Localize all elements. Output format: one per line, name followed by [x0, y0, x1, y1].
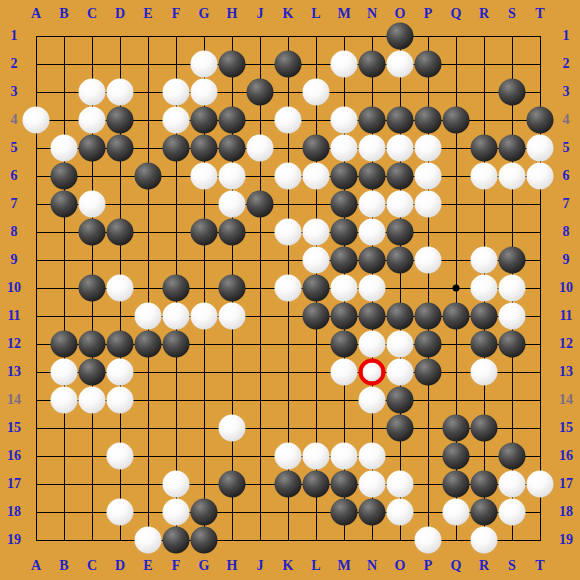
point-K17[interactable] — [274, 470, 302, 498]
point-S17[interactable] — [498, 470, 526, 498]
point-K7[interactable] — [274, 190, 302, 218]
point-Q17[interactable] — [442, 470, 470, 498]
point-N7[interactable] — [358, 190, 386, 218]
point-G13[interactable] — [190, 358, 218, 386]
point-S3[interactable] — [498, 78, 526, 106]
point-L4[interactable] — [302, 106, 330, 134]
point-D17[interactable] — [106, 470, 134, 498]
point-L9[interactable] — [302, 246, 330, 274]
point-P11[interactable] — [414, 302, 442, 330]
point-M18[interactable] — [330, 498, 358, 526]
point-J10[interactable] — [246, 274, 274, 302]
point-K12[interactable] — [274, 330, 302, 358]
point-T1[interactable] — [526, 22, 554, 50]
point-O11[interactable] — [386, 302, 414, 330]
point-F9[interactable] — [162, 246, 190, 274]
point-Q11[interactable] — [442, 302, 470, 330]
point-E13[interactable] — [134, 358, 162, 386]
point-B10[interactable] — [50, 274, 78, 302]
point-J15[interactable] — [246, 414, 274, 442]
point-P9[interactable] — [414, 246, 442, 274]
point-C7[interactable] — [78, 190, 106, 218]
point-C13[interactable] — [78, 358, 106, 386]
point-K18[interactable] — [274, 498, 302, 526]
point-P19[interactable] — [414, 526, 442, 554]
point-D2[interactable] — [106, 50, 134, 78]
point-T17[interactable] — [526, 470, 554, 498]
point-D7[interactable] — [106, 190, 134, 218]
point-R5[interactable] — [470, 134, 498, 162]
point-K2[interactable] — [274, 50, 302, 78]
point-N14[interactable] — [358, 386, 386, 414]
point-S1[interactable] — [498, 22, 526, 50]
point-C11[interactable] — [78, 302, 106, 330]
point-A3[interactable] — [22, 78, 50, 106]
point-A8[interactable] — [22, 218, 50, 246]
point-O18[interactable] — [386, 498, 414, 526]
point-H1[interactable] — [218, 22, 246, 50]
point-R19[interactable] — [470, 526, 498, 554]
point-M15[interactable] — [330, 414, 358, 442]
point-C4[interactable] — [78, 106, 106, 134]
point-F14[interactable] — [162, 386, 190, 414]
point-B11[interactable] — [50, 302, 78, 330]
point-R8[interactable] — [470, 218, 498, 246]
point-E3[interactable] — [134, 78, 162, 106]
point-R18[interactable] — [470, 498, 498, 526]
point-N6[interactable] — [358, 162, 386, 190]
point-C6[interactable] — [78, 162, 106, 190]
point-A16[interactable] — [22, 442, 50, 470]
point-G5[interactable] — [190, 134, 218, 162]
point-L19[interactable] — [302, 526, 330, 554]
point-B7[interactable] — [50, 190, 78, 218]
point-C9[interactable] — [78, 246, 106, 274]
point-B12[interactable] — [50, 330, 78, 358]
point-Q2[interactable] — [442, 50, 470, 78]
point-G12[interactable] — [190, 330, 218, 358]
point-O7[interactable] — [386, 190, 414, 218]
point-D18[interactable] — [106, 498, 134, 526]
point-Q16[interactable] — [442, 442, 470, 470]
point-M5[interactable] — [330, 134, 358, 162]
point-O10[interactable] — [386, 274, 414, 302]
point-S13[interactable] — [498, 358, 526, 386]
point-S5[interactable] — [498, 134, 526, 162]
point-Q1[interactable] — [442, 22, 470, 50]
point-J9[interactable] — [246, 246, 274, 274]
point-T18[interactable] — [526, 498, 554, 526]
point-L11[interactable] — [302, 302, 330, 330]
point-P10[interactable] — [414, 274, 442, 302]
point-A19[interactable] — [22, 526, 50, 554]
point-L15[interactable] — [302, 414, 330, 442]
point-F19[interactable] — [162, 526, 190, 554]
point-A13[interactable] — [22, 358, 50, 386]
point-P8[interactable] — [414, 218, 442, 246]
point-N13[interactable] — [358, 358, 386, 386]
point-N19[interactable] — [358, 526, 386, 554]
point-K9[interactable] — [274, 246, 302, 274]
point-R4[interactable] — [470, 106, 498, 134]
point-B1[interactable] — [50, 22, 78, 50]
point-R1[interactable] — [470, 22, 498, 50]
point-D19[interactable] — [106, 526, 134, 554]
point-E17[interactable] — [134, 470, 162, 498]
point-N3[interactable] — [358, 78, 386, 106]
point-H8[interactable] — [218, 218, 246, 246]
point-T4[interactable] — [526, 106, 554, 134]
point-C1[interactable] — [78, 22, 106, 50]
point-H10[interactable] — [218, 274, 246, 302]
point-C3[interactable] — [78, 78, 106, 106]
point-L17[interactable] — [302, 470, 330, 498]
point-O2[interactable] — [386, 50, 414, 78]
point-T19[interactable] — [526, 526, 554, 554]
point-R14[interactable] — [470, 386, 498, 414]
point-S12[interactable] — [498, 330, 526, 358]
point-K8[interactable] — [274, 218, 302, 246]
point-N4[interactable] — [358, 106, 386, 134]
point-F12[interactable] — [162, 330, 190, 358]
point-M2[interactable] — [330, 50, 358, 78]
point-J12[interactable] — [246, 330, 274, 358]
point-O8[interactable] — [386, 218, 414, 246]
point-M1[interactable] — [330, 22, 358, 50]
point-D8[interactable] — [106, 218, 134, 246]
point-P5[interactable] — [414, 134, 442, 162]
point-H5[interactable] — [218, 134, 246, 162]
point-P2[interactable] — [414, 50, 442, 78]
point-R13[interactable] — [470, 358, 498, 386]
point-T2[interactable] — [526, 50, 554, 78]
point-R3[interactable] — [470, 78, 498, 106]
point-R16[interactable] — [470, 442, 498, 470]
point-D1[interactable] — [106, 22, 134, 50]
point-L14[interactable] — [302, 386, 330, 414]
point-F13[interactable] — [162, 358, 190, 386]
point-P14[interactable] — [414, 386, 442, 414]
point-O1[interactable] — [386, 22, 414, 50]
point-Q9[interactable] — [442, 246, 470, 274]
point-M17[interactable] — [330, 470, 358, 498]
point-D6[interactable] — [106, 162, 134, 190]
point-F3[interactable] — [162, 78, 190, 106]
point-J1[interactable] — [246, 22, 274, 50]
point-G1[interactable] — [190, 22, 218, 50]
point-G18[interactable] — [190, 498, 218, 526]
point-Q14[interactable] — [442, 386, 470, 414]
point-P7[interactable] — [414, 190, 442, 218]
point-S9[interactable] — [498, 246, 526, 274]
point-O9[interactable] — [386, 246, 414, 274]
point-L16[interactable] — [302, 442, 330, 470]
point-S2[interactable] — [498, 50, 526, 78]
point-H4[interactable] — [218, 106, 246, 134]
point-O19[interactable] — [386, 526, 414, 554]
point-G3[interactable] — [190, 78, 218, 106]
point-K6[interactable] — [274, 162, 302, 190]
point-M3[interactable] — [330, 78, 358, 106]
point-L10[interactable] — [302, 274, 330, 302]
point-D12[interactable] — [106, 330, 134, 358]
point-C18[interactable] — [78, 498, 106, 526]
point-Q7[interactable] — [442, 190, 470, 218]
point-S7[interactable] — [498, 190, 526, 218]
point-O15[interactable] — [386, 414, 414, 442]
point-H7[interactable] — [218, 190, 246, 218]
point-Q3[interactable] — [442, 78, 470, 106]
point-A5[interactable] — [22, 134, 50, 162]
point-M10[interactable] — [330, 274, 358, 302]
point-R6[interactable] — [470, 162, 498, 190]
point-C12[interactable] — [78, 330, 106, 358]
point-T10[interactable] — [526, 274, 554, 302]
point-E1[interactable] — [134, 22, 162, 50]
point-O6[interactable] — [386, 162, 414, 190]
point-K1[interactable] — [274, 22, 302, 50]
point-S8[interactable] — [498, 218, 526, 246]
point-S14[interactable] — [498, 386, 526, 414]
point-S16[interactable] — [498, 442, 526, 470]
point-O5[interactable] — [386, 134, 414, 162]
point-Q5[interactable] — [442, 134, 470, 162]
point-F11[interactable] — [162, 302, 190, 330]
point-S11[interactable] — [498, 302, 526, 330]
point-J17[interactable] — [246, 470, 274, 498]
point-E12[interactable] — [134, 330, 162, 358]
point-N9[interactable] — [358, 246, 386, 274]
point-C10[interactable] — [78, 274, 106, 302]
point-Q18[interactable] — [442, 498, 470, 526]
point-E6[interactable] — [134, 162, 162, 190]
point-A10[interactable] — [22, 274, 50, 302]
point-K10[interactable] — [274, 274, 302, 302]
point-F6[interactable] — [162, 162, 190, 190]
point-L2[interactable] — [302, 50, 330, 78]
point-B19[interactable] — [50, 526, 78, 554]
point-G11[interactable] — [190, 302, 218, 330]
point-J19[interactable] — [246, 526, 274, 554]
point-C14[interactable] — [78, 386, 106, 414]
point-J6[interactable] — [246, 162, 274, 190]
point-N17[interactable] — [358, 470, 386, 498]
point-F15[interactable] — [162, 414, 190, 442]
point-A4[interactable] — [22, 106, 50, 134]
point-D9[interactable] — [106, 246, 134, 274]
point-T6[interactable] — [526, 162, 554, 190]
point-O14[interactable] — [386, 386, 414, 414]
point-K5[interactable] — [274, 134, 302, 162]
point-T12[interactable] — [526, 330, 554, 358]
point-G9[interactable] — [190, 246, 218, 274]
point-N8[interactable] — [358, 218, 386, 246]
point-E11[interactable] — [134, 302, 162, 330]
point-P13[interactable] — [414, 358, 442, 386]
point-L5[interactable] — [302, 134, 330, 162]
point-T11[interactable] — [526, 302, 554, 330]
point-R12[interactable] — [470, 330, 498, 358]
point-M13[interactable] — [330, 358, 358, 386]
point-B17[interactable] — [50, 470, 78, 498]
point-K16[interactable] — [274, 442, 302, 470]
point-C5[interactable] — [78, 134, 106, 162]
point-T8[interactable] — [526, 218, 554, 246]
point-K13[interactable] — [274, 358, 302, 386]
point-S15[interactable] — [498, 414, 526, 442]
point-Q12[interactable] — [442, 330, 470, 358]
point-G14[interactable] — [190, 386, 218, 414]
point-F10[interactable] — [162, 274, 190, 302]
point-H2[interactable] — [218, 50, 246, 78]
point-M16[interactable] — [330, 442, 358, 470]
point-S6[interactable] — [498, 162, 526, 190]
point-G17[interactable] — [190, 470, 218, 498]
point-A12[interactable] — [22, 330, 50, 358]
point-R11[interactable] — [470, 302, 498, 330]
point-L18[interactable] — [302, 498, 330, 526]
point-F5[interactable] — [162, 134, 190, 162]
point-A15[interactable] — [22, 414, 50, 442]
point-N1[interactable] — [358, 22, 386, 50]
point-E16[interactable] — [134, 442, 162, 470]
point-M19[interactable] — [330, 526, 358, 554]
point-F17[interactable] — [162, 470, 190, 498]
point-H14[interactable] — [218, 386, 246, 414]
point-L12[interactable] — [302, 330, 330, 358]
point-L8[interactable] — [302, 218, 330, 246]
point-H6[interactable] — [218, 162, 246, 190]
point-O13[interactable] — [386, 358, 414, 386]
point-N10[interactable] — [358, 274, 386, 302]
point-H11[interactable] — [218, 302, 246, 330]
point-A1[interactable] — [22, 22, 50, 50]
point-B4[interactable] — [50, 106, 78, 134]
point-A9[interactable] — [22, 246, 50, 274]
point-B2[interactable] — [50, 50, 78, 78]
point-J13[interactable] — [246, 358, 274, 386]
point-O17[interactable] — [386, 470, 414, 498]
point-G8[interactable] — [190, 218, 218, 246]
point-D14[interactable] — [106, 386, 134, 414]
point-E18[interactable] — [134, 498, 162, 526]
point-A7[interactable] — [22, 190, 50, 218]
point-K4[interactable] — [274, 106, 302, 134]
point-F16[interactable] — [162, 442, 190, 470]
point-L3[interactable] — [302, 78, 330, 106]
point-K15[interactable] — [274, 414, 302, 442]
point-R2[interactable] — [470, 50, 498, 78]
point-A17[interactable] — [22, 470, 50, 498]
point-K14[interactable] — [274, 386, 302, 414]
point-D5[interactable] — [106, 134, 134, 162]
point-A2[interactable] — [22, 50, 50, 78]
point-D13[interactable] — [106, 358, 134, 386]
point-F18[interactable] — [162, 498, 190, 526]
point-D11[interactable] — [106, 302, 134, 330]
point-J2[interactable] — [246, 50, 274, 78]
point-S10[interactable] — [498, 274, 526, 302]
point-P16[interactable] — [414, 442, 442, 470]
point-F7[interactable] — [162, 190, 190, 218]
point-G16[interactable] — [190, 442, 218, 470]
point-L1[interactable] — [302, 22, 330, 50]
point-E14[interactable] — [134, 386, 162, 414]
point-M14[interactable] — [330, 386, 358, 414]
point-L6[interactable] — [302, 162, 330, 190]
point-T3[interactable] — [526, 78, 554, 106]
point-J14[interactable] — [246, 386, 274, 414]
point-Q6[interactable] — [442, 162, 470, 190]
point-G15[interactable] — [190, 414, 218, 442]
point-E15[interactable] — [134, 414, 162, 442]
point-K11[interactable] — [274, 302, 302, 330]
point-M6[interactable] — [330, 162, 358, 190]
point-M12[interactable] — [330, 330, 358, 358]
point-M8[interactable] — [330, 218, 358, 246]
point-G7[interactable] — [190, 190, 218, 218]
point-B5[interactable] — [50, 134, 78, 162]
point-R15[interactable] — [470, 414, 498, 442]
point-G4[interactable] — [190, 106, 218, 134]
point-N5[interactable] — [358, 134, 386, 162]
point-F1[interactable] — [162, 22, 190, 50]
point-H18[interactable] — [218, 498, 246, 526]
point-N11[interactable] — [358, 302, 386, 330]
point-H9[interactable] — [218, 246, 246, 274]
point-G2[interactable] — [190, 50, 218, 78]
point-P4[interactable] — [414, 106, 442, 134]
point-B14[interactable] — [50, 386, 78, 414]
point-G19[interactable] — [190, 526, 218, 554]
point-J8[interactable] — [246, 218, 274, 246]
point-F4[interactable] — [162, 106, 190, 134]
point-P1[interactable] — [414, 22, 442, 50]
point-R17[interactable] — [470, 470, 498, 498]
point-O3[interactable] — [386, 78, 414, 106]
point-E2[interactable] — [134, 50, 162, 78]
point-Q19[interactable] — [442, 526, 470, 554]
point-C15[interactable] — [78, 414, 106, 442]
point-D15[interactable] — [106, 414, 134, 442]
point-B8[interactable] — [50, 218, 78, 246]
point-H13[interactable] — [218, 358, 246, 386]
point-M11[interactable] — [330, 302, 358, 330]
point-O4[interactable] — [386, 106, 414, 134]
point-M4[interactable] — [330, 106, 358, 134]
point-C19[interactable] — [78, 526, 106, 554]
point-A18[interactable] — [22, 498, 50, 526]
point-B15[interactable] — [50, 414, 78, 442]
point-B3[interactable] — [50, 78, 78, 106]
point-S18[interactable] — [498, 498, 526, 526]
point-J16[interactable] — [246, 442, 274, 470]
point-J18[interactable] — [246, 498, 274, 526]
point-D16[interactable] — [106, 442, 134, 470]
point-H17[interactable] — [218, 470, 246, 498]
point-T16[interactable] — [526, 442, 554, 470]
point-C2[interactable] — [78, 50, 106, 78]
point-T15[interactable] — [526, 414, 554, 442]
point-Q8[interactable] — [442, 218, 470, 246]
point-E5[interactable] — [134, 134, 162, 162]
point-B6[interactable] — [50, 162, 78, 190]
point-D4[interactable] — [106, 106, 134, 134]
point-M7[interactable] — [330, 190, 358, 218]
point-L7[interactable] — [302, 190, 330, 218]
point-O16[interactable] — [386, 442, 414, 470]
point-E8[interactable] — [134, 218, 162, 246]
